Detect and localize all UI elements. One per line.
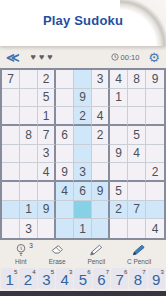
cell-r4c6[interactable]: 2 <box>92 126 110 145</box>
pencil-button[interactable]: Pencil <box>87 243 105 265</box>
remaining-count: 7 <box>142 269 145 275</box>
cell-r9c9[interactable]: 4 <box>146 219 164 238</box>
header: Play Sudoku <box>0 0 166 46</box>
numpad-digit: 4 <box>60 272 68 287</box>
cell-r3c1[interactable] <box>2 107 20 126</box>
cell-r9c6[interactable] <box>92 219 110 238</box>
timer: 00:10 <box>111 53 140 62</box>
hint-count-badge: 3 <box>29 242 33 249</box>
cell-r5c3[interactable]: 3 <box>38 145 56 164</box>
tool-label: C Pencil <box>127 258 151 265</box>
remaining-count: 6 <box>124 269 127 275</box>
cell-r3c5[interactable]: 2 <box>74 107 92 126</box>
cell-r9c3[interactable] <box>38 219 56 238</box>
cell-r7c5[interactable]: 6 <box>74 182 92 201</box>
tool-label: Hint <box>15 258 27 265</box>
numpad-9[interactable]: 93 <box>148 268 165 289</box>
cell-r1c7[interactable]: 4 <box>110 70 128 89</box>
cell-r9c7[interactable] <box>110 219 128 238</box>
cell-r2c1[interactable] <box>2 89 20 108</box>
cell-r7c1[interactable] <box>2 182 20 201</box>
heart-icon: ♥ <box>47 53 52 62</box>
cell-r3c4[interactable] <box>56 107 74 126</box>
heart-icon: ♥ <box>31 53 36 62</box>
cell-r8c2[interactable]: 1 <box>20 201 38 220</box>
cell-r6c4[interactable]: 9 <box>56 163 74 182</box>
remaining-count: 6 <box>87 269 90 275</box>
gear-icon[interactable]: ⚙ <box>148 51 160 64</box>
cell-r6c9[interactable]: 2 <box>146 163 164 182</box>
cell-r2c9[interactable] <box>146 89 164 108</box>
cell-r1c2[interactable] <box>20 70 38 89</box>
cell-r7c8[interactable] <box>128 182 146 201</box>
cell-r8c4[interactable] <box>56 201 74 220</box>
numpad-digit: 2 <box>24 272 32 287</box>
numpad-2[interactable]: 24 <box>19 268 36 289</box>
numpad-6[interactable]: 67 <box>93 268 110 289</box>
cell-r1c1[interactable]: 7 <box>2 70 20 89</box>
cell-r4c9[interactable] <box>146 126 164 145</box>
cell-r6c1[interactable] <box>2 163 20 182</box>
cell-r8c8[interactable]: 7 <box>128 201 146 220</box>
cell-r6c2[interactable] <box>20 163 38 182</box>
cell-r3c3[interactable]: 1 <box>38 107 56 126</box>
status-bar: ≪ ♥ ♥ ♥ 00:10 ⚙ <box>0 46 166 68</box>
numpad-digit: 5 <box>79 272 87 287</box>
tool-label: Pencil <box>87 258 105 265</box>
cell-r2c4[interactable] <box>56 89 74 108</box>
cell-r9c8[interactable] <box>128 219 146 238</box>
numpad-digit: 9 <box>152 272 160 287</box>
cell-r8c9[interactable] <box>146 201 164 220</box>
cell-r5c2[interactable] <box>20 145 38 164</box>
cell-r7c2[interactable] <box>20 182 38 201</box>
cell-r1c6[interactable]: 3 <box>92 70 110 89</box>
cell-r4c8[interactable]: 5 <box>128 126 146 145</box>
lightbulb-icon: 3 <box>15 243 27 257</box>
erase-button[interactable]: Erase <box>49 243 66 265</box>
tool-label: Erase <box>49 258 66 265</box>
cell-r2c2[interactable] <box>20 89 38 108</box>
cell-r8c5[interactable] <box>74 201 92 220</box>
timer-value: 00:10 <box>121 53 140 62</box>
cell-r6c8[interactable] <box>128 163 146 182</box>
cell-r7c6[interactable]: 9 <box>92 182 110 201</box>
numpad-digit: 6 <box>97 272 105 287</box>
numpad-digit: 8 <box>134 272 142 287</box>
cell-r8c7[interactable]: 2 <box>110 201 128 220</box>
cell-r7c9[interactable] <box>146 182 164 201</box>
numpad-1[interactable]: 15 <box>1 268 18 289</box>
cell-r9c5[interactable]: 1 <box>74 219 92 238</box>
cell-r6c3[interactable]: 4 <box>38 163 56 182</box>
cell-r3c8[interactable] <box>128 107 146 126</box>
cell-r5c5[interactable] <box>74 145 92 164</box>
cell-r5c9[interactable] <box>146 145 164 164</box>
eraser-icon <box>50 243 64 257</box>
cell-r5c1[interactable] <box>2 145 20 164</box>
numpad-3[interactable]: 35 <box>38 268 55 289</box>
cell-r4c2[interactable]: 8 <box>20 126 38 145</box>
tool-bar: 3 Hint Erase Pencil C Pencil <box>0 240 166 267</box>
cell-r1c8[interactable]: 8 <box>128 70 146 89</box>
numpad-4[interactable]: 43 <box>56 268 73 289</box>
cell-r6c5[interactable]: 3 <box>74 163 92 182</box>
remaining-count: 3 <box>69 269 72 275</box>
cell-r2c3[interactable]: 5 <box>38 89 56 108</box>
cell-r9c1[interactable] <box>2 219 20 238</box>
cell-r3c9[interactable] <box>146 107 164 126</box>
numpad-8[interactable]: 87 <box>129 268 146 289</box>
cell-r4c1[interactable] <box>2 126 20 145</box>
bottom-strip <box>0 291 166 296</box>
cell-r2c5[interactable]: 9 <box>74 89 92 108</box>
numpad-digit: 1 <box>5 272 13 287</box>
remaining-count: 5 <box>51 269 54 275</box>
cell-r8c6[interactable] <box>92 201 110 220</box>
sudoku-board: 72348959112487625394493246951927314 <box>0 68 166 240</box>
cell-r2c7[interactable]: 1 <box>110 89 128 108</box>
cell-r4c4[interactable]: 6 <box>56 126 74 145</box>
cell-r5c8[interactable]: 4 <box>128 145 146 164</box>
cell-r5c6[interactable] <box>92 145 110 164</box>
color-pencil-icon <box>131 243 147 257</box>
cell-r7c4[interactable]: 4 <box>56 182 74 201</box>
cell-r3c2[interactable] <box>20 107 38 126</box>
cell-r7c7[interactable]: 5 <box>110 182 128 201</box>
cell-r1c3[interactable]: 2 <box>38 70 56 89</box>
color-pencil-button[interactable]: C Pencil <box>127 243 151 265</box>
numpad-5[interactable]: 56 <box>74 268 91 289</box>
cell-r3c7[interactable] <box>110 107 128 126</box>
hint-button[interactable]: 3 Hint <box>15 243 27 265</box>
cell-r9c2[interactable]: 3 <box>20 219 38 238</box>
page-title: Play Sudoku <box>0 13 166 28</box>
numpad-7[interactable]: 76 <box>111 268 128 289</box>
cell-r8c3[interactable]: 9 <box>38 201 56 220</box>
remaining-count: 5 <box>14 269 17 275</box>
pencil-icon <box>89 243 104 257</box>
cell-r4c3[interactable]: 7 <box>38 126 56 145</box>
numpad-digit: 7 <box>115 272 123 287</box>
cell-r1c9[interactable]: 9 <box>146 70 164 89</box>
cell-r1c5[interactable] <box>74 70 92 89</box>
clock-icon <box>111 53 119 61</box>
remaining-count: 3 <box>161 269 164 275</box>
cell-r4c7[interactable] <box>110 126 128 145</box>
numpad-digit: 3 <box>42 272 50 287</box>
number-pad: 152435435667768793 <box>0 267 166 291</box>
cell-r2c8[interactable] <box>128 89 146 108</box>
back-icon[interactable]: ≪ <box>6 51 20 64</box>
cell-r5c4[interactable] <box>56 145 74 164</box>
cell-r5c7[interactable]: 9 <box>110 145 128 164</box>
cell-r2c6[interactable] <box>92 89 110 108</box>
heart-icon: ♥ <box>39 53 44 62</box>
cell-r3c6[interactable]: 4 <box>92 107 110 126</box>
cell-r7c3[interactable] <box>38 182 56 201</box>
cell-r4c5[interactable] <box>74 126 92 145</box>
remaining-count: 7 <box>106 269 109 275</box>
cell-r9c4[interactable] <box>56 219 74 238</box>
cell-r6c7[interactable] <box>110 163 128 182</box>
cell-r1c4[interactable] <box>56 70 74 89</box>
remaining-count: 4 <box>32 269 35 275</box>
lives-indicator: ♥ ♥ ♥ <box>31 53 53 62</box>
cell-r6c6[interactable] <box>92 163 110 182</box>
cell-r8c1[interactable] <box>2 201 20 220</box>
